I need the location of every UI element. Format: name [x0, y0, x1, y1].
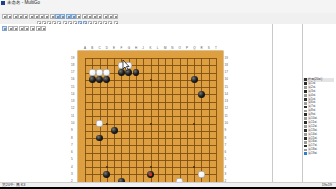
node-black-icon [304, 129, 307, 132]
coord-number-left: 14 [71, 93, 74, 96]
count-icon [94, 16, 96, 18]
hoshi-point [106, 123, 108, 125]
coord-number-right: 19 [225, 57, 228, 60]
black-stone [96, 76, 103, 83]
node-black-icon [304, 145, 307, 148]
number-mark-icon[interactable] [30, 26, 35, 31]
grid-line [85, 138, 216, 139]
coord-letter-top: M [164, 47, 167, 50]
grid-line [187, 58, 188, 189]
redo-icon[interactable] [50, 14, 55, 19]
cut-icon[interactable] [29, 14, 34, 19]
go-board[interactable]: AABBCCDDEEFFGGHHJJKKLLMMNNOOPPQQRRSSTT19… [78, 51, 223, 189]
hoshi-point [150, 123, 152, 125]
grid-line [201, 58, 202, 189]
coord-number-right: 6 [225, 151, 227, 154]
coord-letter-top: S [208, 47, 210, 50]
black-stone [89, 76, 96, 83]
hoshi-point [150, 166, 152, 168]
node-white-icon [304, 141, 307, 144]
mouse-cursor [122, 60, 130, 71]
coord-number-right: 15 [225, 86, 228, 89]
coord-number-right: 9 [225, 129, 227, 132]
open-file-icon [9, 16, 11, 18]
node-black-icon [304, 113, 307, 116]
stone-tool-icon [10, 28, 12, 30]
stone-tool-icon[interactable] [8, 26, 13, 31]
grid-line [85, 131, 216, 132]
coord-letter-top: N [171, 47, 173, 50]
comment-icon[interactable] [103, 14, 108, 19]
node-white-icon [304, 86, 307, 89]
open-file-icon[interactable] [7, 14, 12, 19]
coord-letter-top: F [120, 47, 122, 50]
info-icon[interactable] [97, 14, 102, 19]
mark-icon[interactable] [108, 14, 113, 19]
coord-number-left: 7 [71, 144, 73, 147]
node-selected-icon [304, 152, 307, 155]
coord-letter-top: O [179, 47, 181, 50]
zoom-in-icon[interactable] [76, 14, 81, 19]
paste-icon[interactable] [39, 14, 44, 19]
node-white-icon [304, 149, 307, 152]
delete-mark-icon [38, 28, 40, 30]
board-canvas: AABBCCDDEEFFGGHHJJKKLLMMNNOOPPQQRRSSTT19… [0, 24, 336, 182]
letter-mark-icon [26, 28, 28, 30]
select-tool-icon[interactable] [2, 26, 7, 31]
node-black-icon [304, 90, 307, 93]
setup-icon [115, 16, 117, 18]
tree-node[interactable]: 第19手 [303, 152, 334, 156]
coord-number-right: 11 [225, 115, 228, 118]
coord-number-right: 18 [225, 64, 228, 67]
white-stone [96, 120, 103, 127]
coord-letter-top: J [142, 47, 144, 50]
coord-number-left: 16 [71, 78, 74, 81]
zoom-in-icon [78, 16, 80, 18]
window-bottom-edge [0, 187, 336, 189]
coord-letter-top: P [186, 47, 188, 50]
board-view-1-icon [57, 16, 59, 18]
node-white-icon [304, 110, 307, 113]
go-app-icon [1, 1, 5, 5]
node-black-icon [304, 121, 307, 124]
grid-line [209, 58, 210, 189]
coord-number-right: 8 [225, 137, 227, 140]
coord-number-left: 19 [71, 57, 74, 60]
coord-number-left: 13 [71, 100, 74, 103]
node-black-icon [304, 82, 307, 85]
coord-number-right: 13 [225, 100, 228, 103]
info-icon [99, 16, 101, 18]
coord-number-left: 11 [71, 115, 74, 118]
last-move-marker [149, 173, 151, 175]
coord-letter-top: C [99, 47, 101, 50]
coord-number-left: 10 [71, 122, 74, 125]
coord-number-right: 10 [225, 122, 228, 125]
coord-number-right: 16 [225, 78, 228, 81]
coord-letter-top: L [157, 47, 159, 50]
preview-icon[interactable] [23, 14, 28, 19]
coord-number-right: 5 [225, 158, 227, 161]
new-file-icon[interactable] [2, 14, 7, 19]
coord-number-left: 5 [71, 158, 73, 161]
black-stone [103, 76, 110, 83]
node-white-icon [304, 94, 307, 97]
number-mark-icon [32, 28, 34, 30]
coord-number-left: 3 [71, 173, 73, 176]
letter-mark-icon[interactable] [24, 26, 29, 31]
comment-icon [105, 16, 107, 18]
pass-icon[interactable] [87, 14, 92, 19]
toolbar-edit-tools [2, 25, 50, 32]
print-icon [20, 16, 22, 18]
grid-line [216, 58, 217, 189]
board-view-4-icon [73, 16, 75, 18]
setup-icon[interactable] [113, 14, 118, 19]
coord-letter-top: R [200, 47, 202, 50]
undo-icon [46, 16, 48, 18]
black-stone [198, 91, 205, 98]
coord-number-right: 3 [225, 173, 227, 176]
coord-number-left: 9 [71, 129, 73, 132]
coord-letter-top: Q [193, 47, 195, 50]
black-stone [111, 127, 118, 134]
coord-letter-top: K [150, 47, 152, 50]
copy-icon [36, 16, 38, 18]
grid-line [172, 58, 173, 189]
new-file-icon [4, 16, 6, 18]
node-white-icon [304, 133, 307, 136]
coord-number-left: 18 [71, 64, 74, 67]
save-icon [15, 16, 17, 18]
count-icon[interactable] [92, 14, 97, 19]
coord-number-left: 6 [71, 151, 73, 154]
comment-tool-icon[interactable] [41, 26, 46, 31]
coord-number-right: 12 [225, 107, 228, 110]
comment-tool-icon [43, 28, 45, 30]
tree-node-label: 第19手 [308, 152, 317, 156]
pass-icon [89, 16, 91, 18]
hoshi-point [193, 123, 195, 125]
coord-letter-top: H [135, 47, 137, 50]
white-stone [103, 69, 110, 76]
black-stone [96, 135, 103, 142]
black-stone [133, 69, 140, 76]
node-white-icon [304, 125, 307, 128]
node-black-icon [304, 106, 307, 109]
coord-letter-top: A [84, 47, 86, 50]
coord-number-right: 4 [225, 166, 227, 169]
coord-letter-top: E [113, 47, 115, 50]
coord-letter-top: D [106, 47, 108, 50]
board-view-3-icon [68, 16, 70, 18]
coord-letter-top: T [215, 47, 217, 50]
board-view-1-icon[interactable] [55, 14, 60, 19]
hoshi-point [150, 79, 152, 81]
copy-icon[interactable] [34, 14, 39, 19]
node-white-icon [304, 102, 307, 105]
grid-line [158, 58, 159, 189]
coord-number-left: 15 [71, 86, 74, 89]
print-icon[interactable] [18, 14, 23, 19]
node-white-icon [304, 117, 307, 120]
paste-icon [41, 16, 43, 18]
triangle-mark-icon [15, 28, 17, 30]
grid-line [85, 160, 216, 161]
mark-icon [110, 16, 112, 18]
coord-number-left: 17 [71, 71, 74, 74]
white-stone [198, 171, 205, 178]
square-mark-icon [21, 28, 23, 30]
coord-letter-top: G [128, 47, 130, 50]
grid-line [85, 153, 216, 154]
game-tree-panel[interactable]: 棋局(20手)第1手第2手第3手第4手第5手第6手第7手第8手第9手第10手第1… [303, 78, 334, 160]
save-icon[interactable] [13, 14, 18, 19]
panel-divider-left [272, 24, 273, 182]
coord-number-right: 14 [225, 93, 228, 96]
preview-icon [25, 16, 27, 18]
black-stone [191, 76, 198, 83]
coord-letter-top: B [91, 47, 93, 50]
board-view-2-icon [62, 16, 64, 18]
white-stone [89, 69, 96, 76]
undo-icon[interactable] [44, 14, 49, 19]
grid-line [85, 145, 216, 146]
zoom-out-icon[interactable] [82, 14, 87, 19]
hoshi-point [106, 166, 108, 168]
coord-number-right: 7 [225, 144, 227, 147]
coord-number-left: 4 [71, 166, 73, 169]
black-stone [103, 171, 110, 178]
tree-root-icon [304, 78, 307, 81]
delete-mark-icon[interactable] [36, 26, 41, 31]
coord-number-left: 12 [71, 107, 74, 110]
node-black-icon [304, 98, 307, 101]
board-view-3-icon[interactable] [66, 14, 71, 19]
square-mark-icon[interactable] [19, 26, 24, 31]
redo-icon [52, 16, 54, 18]
cut-icon [31, 16, 33, 18]
zoom-out-icon [84, 16, 86, 18]
board-view-2-icon[interactable] [60, 14, 65, 19]
grid-line [165, 58, 166, 189]
grid-line [180, 58, 181, 189]
hoshi-point [193, 166, 195, 168]
board-view-4-icon[interactable] [71, 14, 76, 19]
triangle-mark-icon[interactable] [13, 26, 18, 31]
node-black-icon [304, 137, 307, 140]
select-tool-icon [4, 28, 6, 30]
coord-number-right: 17 [225, 71, 228, 74]
coord-number-left: 8 [71, 137, 73, 140]
white-stone [96, 69, 103, 76]
